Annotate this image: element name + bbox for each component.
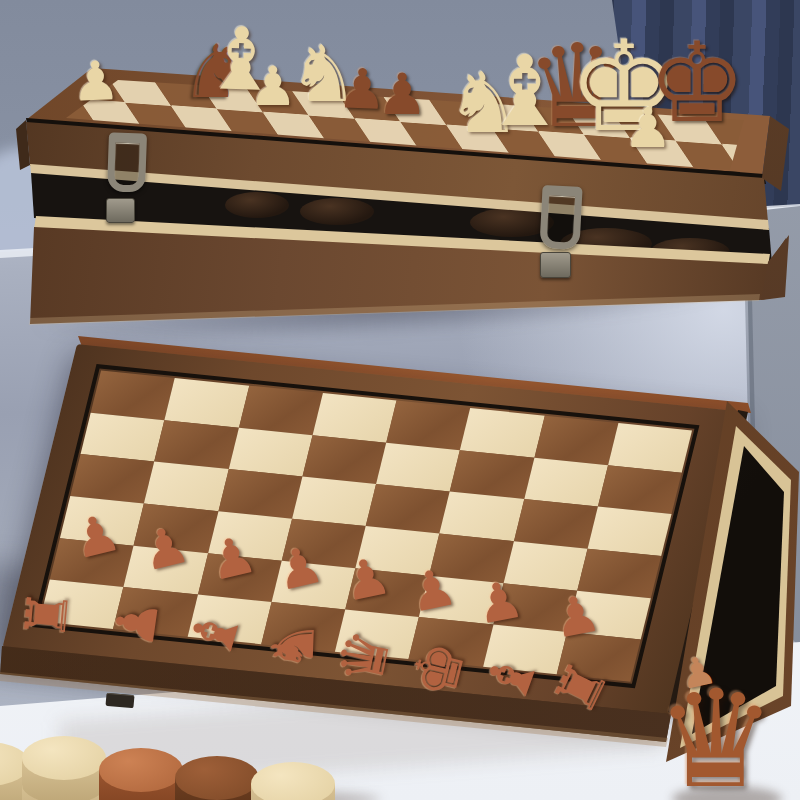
board-square	[345, 568, 429, 617]
disc-top	[251, 762, 335, 800]
board-square	[440, 492, 524, 541]
board-square	[429, 534, 513, 583]
disc-top	[99, 748, 183, 792]
checkers-disc-brown	[175, 756, 259, 800]
latch-hasp-center	[539, 185, 582, 250]
latch-catch-center	[540, 252, 571, 278]
board-square	[91, 371, 175, 420]
board-square	[503, 541, 587, 590]
board-square	[113, 587, 197, 636]
board-border-line	[32, 364, 699, 688]
board-square	[124, 545, 208, 594]
board-square	[567, 590, 651, 639]
board-square	[292, 477, 376, 526]
board-square	[228, 427, 312, 476]
board-square	[60, 496, 144, 545]
board-square	[208, 511, 292, 560]
board-square	[450, 450, 534, 499]
stored-piece	[225, 192, 289, 218]
board-square	[483, 625, 567, 674]
board-square	[366, 484, 450, 533]
latch-hasp-left	[107, 132, 147, 192]
board-square	[355, 526, 439, 575]
board-square	[197, 553, 281, 602]
board-square	[556, 632, 640, 681]
board-square	[239, 386, 323, 435]
latch-catch-left	[106, 198, 135, 223]
disc-top	[175, 756, 259, 800]
board-square	[534, 416, 618, 465]
board-square	[261, 602, 345, 651]
board-square	[134, 504, 218, 553]
board-square	[513, 499, 597, 548]
product-photo-stage: ♟ ♞ ♝ ♟ ♞ ♟ ♟ ♞ ♝ ♛ ♚ ♟ ♚ ♟ ♟ ♟ ♟ ♟ ♟ ♟ …	[0, 0, 800, 800]
board-square	[187, 595, 271, 644]
board-square	[493, 583, 577, 632]
board-square	[50, 538, 134, 587]
stored-piece	[300, 198, 374, 225]
board-square	[154, 420, 238, 469]
board-square	[598, 465, 682, 514]
board-square	[376, 442, 460, 491]
board-square	[460, 408, 544, 457]
board-square	[302, 435, 386, 484]
board-square	[409, 617, 493, 666]
board-square	[218, 469, 302, 518]
board-square	[335, 610, 419, 659]
board-hinge	[105, 693, 134, 708]
board-square	[608, 423, 692, 472]
board-square	[165, 378, 249, 427]
board-square	[282, 519, 366, 568]
board-square	[312, 393, 396, 442]
board-square	[577, 549, 661, 598]
board-square	[39, 580, 123, 629]
checkers-disc-light	[22, 736, 106, 800]
board-square	[70, 454, 154, 503]
board-square	[271, 560, 355, 609]
board-square	[144, 462, 228, 511]
checkers-disc-light	[251, 762, 335, 800]
checkers-disc-red	[99, 748, 183, 800]
board-square	[386, 401, 470, 450]
disc-top	[22, 736, 106, 780]
chessboard-grid	[39, 371, 692, 682]
board-square	[524, 457, 608, 506]
board-square	[587, 507, 671, 556]
board-square	[419, 575, 503, 624]
board-square	[81, 412, 165, 461]
